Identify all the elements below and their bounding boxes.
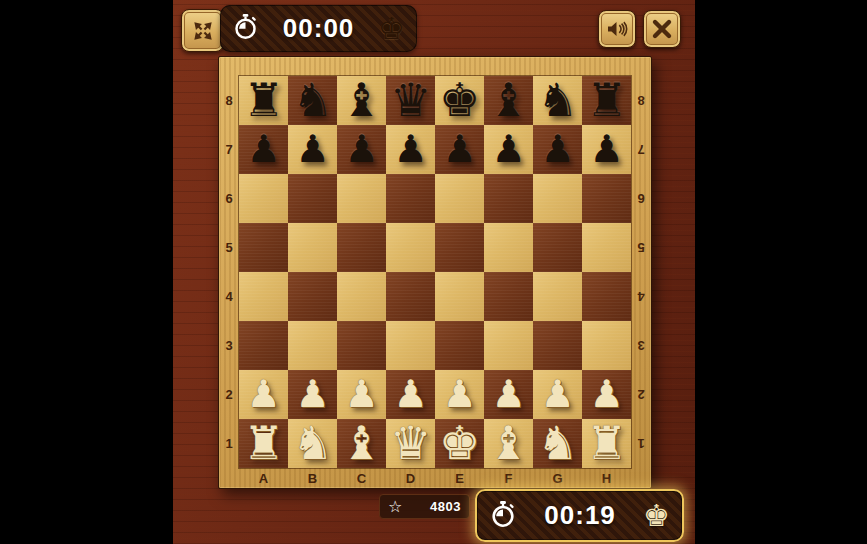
square-e4[interactable]: [435, 272, 484, 321]
square-b4[interactable]: [288, 272, 337, 321]
piece-black-king[interactable]: ♚: [439, 76, 480, 125]
score-value: 4803: [430, 499, 461, 514]
square-b5[interactable]: [288, 223, 337, 272]
square-f2[interactable]: ♟: [484, 370, 533, 419]
square-e1[interactable]: ♚: [435, 419, 484, 468]
square-h7[interactable]: ♟: [582, 125, 631, 174]
white-timer-panel: 00:19 ♚: [475, 489, 684, 542]
piece-black-pawn[interactable]: ♟: [295, 125, 329, 174]
close-icon: [650, 17, 674, 41]
square-d4[interactable]: [386, 272, 435, 321]
piece-white-knight[interactable]: ♞: [292, 419, 333, 468]
coord-label-d: D: [386, 468, 435, 488]
square-f7[interactable]: ♟: [484, 125, 533, 174]
coord-label-8: 8: [631, 76, 651, 125]
piece-black-pawn[interactable]: ♟: [393, 125, 427, 174]
file-labels-bottom: ABCDEFGH: [239, 468, 631, 488]
coord-label-8: 8: [219, 76, 239, 125]
square-f8[interactable]: ♝: [484, 76, 533, 125]
piece-white-pawn[interactable]: ♟: [442, 370, 476, 419]
piece-black-knight[interactable]: ♞: [537, 76, 578, 125]
piece-white-bishop[interactable]: ♝: [488, 419, 529, 468]
piece-white-pawn[interactable]: ♟: [589, 370, 623, 419]
square-b7[interactable]: ♟: [288, 125, 337, 174]
square-b3[interactable]: [288, 321, 337, 370]
square-a6[interactable]: [239, 174, 288, 223]
coord-label-6: 6: [631, 174, 651, 223]
stopwatch-icon: [232, 13, 259, 44]
coord-label-3: 3: [219, 321, 239, 370]
piece-white-pawn[interactable]: ♟: [540, 370, 574, 419]
black-timer-panel: 00:00 ♚: [220, 5, 417, 52]
piece-black-pawn[interactable]: ♟: [344, 125, 378, 174]
square-d2[interactable]: ♟: [386, 370, 435, 419]
square-g5[interactable]: [533, 223, 582, 272]
coord-label-b: B: [288, 468, 337, 488]
piece-black-bishop[interactable]: ♝: [488, 76, 529, 125]
piece-black-knight[interactable]: ♞: [292, 76, 333, 125]
square-d5[interactable]: [386, 223, 435, 272]
coord-label-2: 2: [631, 370, 651, 419]
square-e3[interactable]: [435, 321, 484, 370]
fullscreen-expand-icon: [190, 18, 216, 44]
coord-label-1: 1: [631, 419, 651, 468]
piece-white-rook[interactable]: ♜: [243, 419, 284, 468]
speaker-icon: [605, 17, 629, 41]
coord-label-4: 4: [631, 272, 651, 321]
piece-black-rook[interactable]: ♜: [586, 76, 627, 125]
square-b1[interactable]: ♞: [288, 419, 337, 468]
square-h6[interactable]: [582, 174, 631, 223]
square-b2[interactable]: ♟: [288, 370, 337, 419]
fullscreen-button[interactable]: [181, 9, 224, 52]
piece-black-queen[interactable]: ♛: [390, 76, 431, 125]
square-h2[interactable]: ♟: [582, 370, 631, 419]
square-a2[interactable]: ♟: [239, 370, 288, 419]
piece-white-pawn[interactable]: ♟: [246, 370, 280, 419]
coord-label-f: F: [484, 468, 533, 488]
piece-black-pawn[interactable]: ♟: [491, 125, 525, 174]
square-a7[interactable]: ♟: [239, 125, 288, 174]
square-c8[interactable]: ♝: [337, 76, 386, 125]
square-g4[interactable]: [533, 272, 582, 321]
sound-button[interactable]: [598, 10, 636, 48]
piece-black-pawn[interactable]: ♟: [246, 125, 280, 174]
square-c7[interactable]: ♟: [337, 125, 386, 174]
piece-black-pawn[interactable]: ♟: [540, 125, 574, 174]
square-c2[interactable]: ♟: [337, 370, 386, 419]
square-e8[interactable]: ♚: [435, 76, 484, 125]
white-king-icon: ♚: [643, 501, 670, 531]
square-g8[interactable]: ♞: [533, 76, 582, 125]
chess-board: ♜♞♝♛♚♝♞♜♟♟♟♟♟♟♟♟♟♟♟♟♟♟♟♟♜♞♝♛♚♝♞♜ 8765432…: [218, 56, 652, 489]
square-a3[interactable]: [239, 321, 288, 370]
square-c3[interactable]: [337, 321, 386, 370]
coord-label-h: H: [582, 468, 631, 488]
piece-white-pawn[interactable]: ♟: [295, 370, 329, 419]
piece-black-pawn[interactable]: ♟: [589, 125, 623, 174]
square-e5[interactable]: [435, 223, 484, 272]
square-d1[interactable]: ♛: [386, 419, 435, 468]
coord-label-e: E: [435, 468, 484, 488]
square-f4[interactable]: [484, 272, 533, 321]
star-icon: ☆: [388, 499, 402, 515]
score-panel: ☆ 4803: [379, 494, 470, 519]
coord-label-7: 7: [219, 125, 239, 174]
black-timer-value: 00:00: [283, 13, 355, 44]
square-g3[interactable]: [533, 321, 582, 370]
coord-label-a: A: [239, 468, 288, 488]
piece-white-bishop[interactable]: ♝: [341, 419, 382, 468]
square-g7[interactable]: ♟: [533, 125, 582, 174]
stopwatch-icon: [489, 500, 517, 532]
coord-label-7: 7: [631, 125, 651, 174]
square-f3[interactable]: [484, 321, 533, 370]
square-c5[interactable]: [337, 223, 386, 272]
square-f1[interactable]: ♝: [484, 419, 533, 468]
square-e6[interactable]: [435, 174, 484, 223]
square-h4[interactable]: [582, 272, 631, 321]
square-f5[interactable]: [484, 223, 533, 272]
square-e2[interactable]: ♟: [435, 370, 484, 419]
coord-label-1: 1: [219, 419, 239, 468]
piece-white-queen[interactable]: ♛: [390, 419, 431, 468]
rank-labels-right: 87654321: [631, 76, 651, 468]
coord-label-6: 6: [219, 174, 239, 223]
square-a1[interactable]: ♜: [239, 419, 288, 468]
white-timer-value: 00:19: [544, 500, 616, 531]
square-h3[interactable]: [582, 321, 631, 370]
close-button[interactable]: [643, 10, 681, 48]
square-a8[interactable]: ♜: [239, 76, 288, 125]
piece-black-bishop[interactable]: ♝: [341, 76, 382, 125]
coord-label-5: 5: [219, 223, 239, 272]
square-f6[interactable]: [484, 174, 533, 223]
piece-black-rook[interactable]: ♜: [243, 76, 284, 125]
piece-white-pawn[interactable]: ♟: [393, 370, 427, 419]
coord-label-3: 3: [631, 321, 651, 370]
square-h5[interactable]: [582, 223, 631, 272]
square-a5[interactable]: [239, 223, 288, 272]
piece-white-rook[interactable]: ♜: [586, 419, 627, 468]
square-c1[interactable]: ♝: [337, 419, 386, 468]
black-king-icon: ♚: [378, 14, 405, 44]
square-h8[interactable]: ♜: [582, 76, 631, 125]
square-d6[interactable]: [386, 174, 435, 223]
square-d3[interactable]: [386, 321, 435, 370]
coord-label-5: 5: [631, 223, 651, 272]
coord-label-4: 4: [219, 272, 239, 321]
square-g1[interactable]: ♞: [533, 419, 582, 468]
piece-black-pawn[interactable]: ♟: [442, 125, 476, 174]
piece-white-pawn[interactable]: ♟: [491, 370, 525, 419]
coord-label-2: 2: [219, 370, 239, 419]
square-c4[interactable]: [337, 272, 386, 321]
rank-labels-left: 87654321: [219, 76, 239, 468]
game-canvas: 00:00 ♚ ♜♞♝♛♚♝♞♜♟♟♟♟♟♟♟♟♟♟♟♟♟♟♟♟♜♞♝♛♚♝♞♜…: [173, 0, 695, 544]
square-b6[interactable]: [288, 174, 337, 223]
piece-white-pawn[interactable]: ♟: [344, 370, 378, 419]
square-g2[interactable]: ♟: [533, 370, 582, 419]
square-d8[interactable]: ♛: [386, 76, 435, 125]
square-e7[interactable]: ♟: [435, 125, 484, 174]
square-b8[interactable]: ♞: [288, 76, 337, 125]
coord-label-c: C: [337, 468, 386, 488]
square-c6[interactable]: [337, 174, 386, 223]
square-a4[interactable]: [239, 272, 288, 321]
piece-white-knight[interactable]: ♞: [537, 419, 578, 468]
coord-label-g: G: [533, 468, 582, 488]
square-h1[interactable]: ♜: [582, 419, 631, 468]
board-squares: ♜♞♝♛♚♝♞♜♟♟♟♟♟♟♟♟♟♟♟♟♟♟♟♟♜♞♝♛♚♝♞♜: [239, 76, 631, 468]
square-d7[interactable]: ♟: [386, 125, 435, 174]
piece-white-king[interactable]: ♚: [439, 419, 480, 468]
square-g6[interactable]: [533, 174, 582, 223]
